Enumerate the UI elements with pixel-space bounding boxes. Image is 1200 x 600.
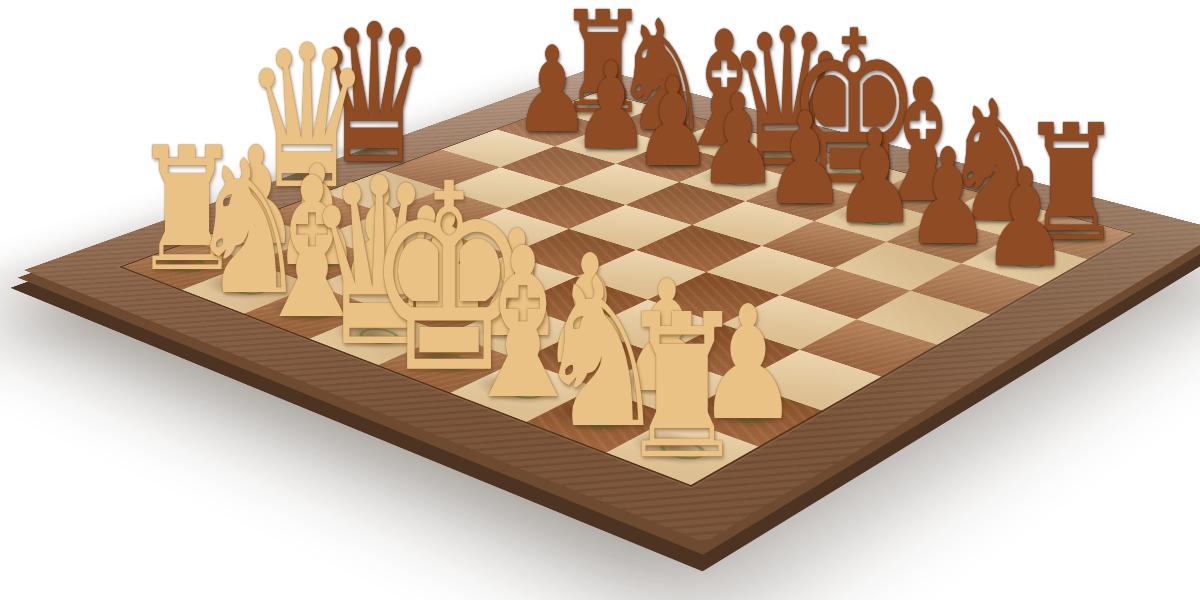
- white-rook-h1[interactable]: ♜: [618, 287, 746, 486]
- square-h5[interactable]: [857, 291, 991, 345]
- black-pawn-h7[interactable]: ♟: [981, 151, 1068, 286]
- square-g5[interactable]: [780, 268, 911, 320]
- square-h4[interactable]: [800, 319, 938, 376]
- black-pawn-g7[interactable]: ♟: [905, 132, 990, 264]
- product-photo-stage: ♜♞♟♝♟♛♛♟♚♟♛♝♟♞♟♜♟♟♟♟♜♟♞♟♝♟♛♟♚♟♝♟♞♜: [0, 0, 1200, 600]
- black-pawn-f7[interactable]: ♟: [833, 113, 917, 243]
